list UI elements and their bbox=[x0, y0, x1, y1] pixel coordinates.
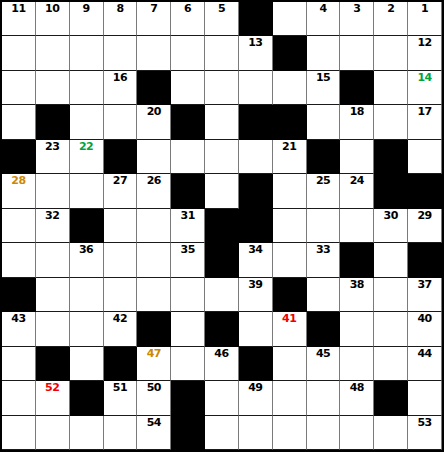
grid-cell[interactable]: 40 bbox=[408, 312, 442, 346]
grid-cell[interactable] bbox=[307, 105, 341, 139]
grid-cell[interactable] bbox=[2, 347, 36, 381]
clue-number: 17 bbox=[408, 105, 441, 118]
grid-cell[interactable] bbox=[104, 243, 138, 277]
blocked-cell bbox=[171, 381, 205, 415]
blocked-cell bbox=[36, 347, 70, 381]
blocked-cell bbox=[307, 140, 341, 174]
grid-cell[interactable] bbox=[104, 105, 138, 139]
clue-number: 22 bbox=[70, 140, 103, 153]
grid-cell[interactable] bbox=[340, 312, 374, 346]
grid-cell[interactable] bbox=[2, 209, 36, 243]
clue-number: 36 bbox=[70, 243, 103, 256]
grid-cell[interactable]: 41 bbox=[273, 312, 307, 346]
blocked-cell bbox=[36, 105, 70, 139]
blocked-cell bbox=[104, 347, 138, 381]
grid-cell[interactable] bbox=[374, 243, 408, 277]
grid-cell[interactable] bbox=[374, 347, 408, 381]
grid-cell[interactable] bbox=[2, 416, 36, 450]
clue-number: 32 bbox=[36, 209, 69, 222]
clue-number: 14 bbox=[408, 71, 441, 84]
grid-cell[interactable]: 30 bbox=[374, 209, 408, 243]
grid-cell[interactable] bbox=[273, 243, 307, 277]
grid-cell[interactable] bbox=[36, 416, 70, 450]
grid-cell[interactable] bbox=[2, 36, 36, 70]
blocked-cell bbox=[307, 312, 341, 346]
blocked-cell bbox=[104, 140, 138, 174]
blocked-cell bbox=[239, 105, 273, 139]
grid-cell[interactable] bbox=[171, 312, 205, 346]
grid-cell[interactable] bbox=[408, 381, 442, 415]
grid-cell[interactable] bbox=[340, 347, 374, 381]
grid-cell[interactable] bbox=[374, 71, 408, 105]
clue-number: 1 bbox=[408, 2, 441, 15]
grid-cell[interactable]: 49 bbox=[239, 381, 273, 415]
clue-number: 4 bbox=[307, 2, 340, 15]
clue-number: 12 bbox=[408, 36, 441, 49]
grid-cell[interactable] bbox=[171, 278, 205, 312]
grid-cell[interactable]: 28 bbox=[2, 174, 36, 208]
blocked-cell bbox=[2, 278, 36, 312]
grid-cell[interactable]: 11 bbox=[2, 2, 36, 36]
clue-number: 26 bbox=[137, 174, 170, 187]
grid-cell[interactable]: 32 bbox=[36, 209, 70, 243]
grid-cell[interactable]: 17 bbox=[408, 105, 442, 139]
clue-number: 16 bbox=[104, 71, 137, 84]
grid-cell[interactable] bbox=[273, 209, 307, 243]
grid-cell[interactable] bbox=[307, 36, 341, 70]
grid-cell[interactable] bbox=[205, 105, 239, 139]
grid-cell[interactable] bbox=[104, 36, 138, 70]
grid-cell[interactable]: 7 bbox=[137, 2, 171, 36]
blocked-cell bbox=[273, 36, 307, 70]
blocked-cell bbox=[239, 347, 273, 381]
grid-cell[interactable] bbox=[36, 36, 70, 70]
grid-cell[interactable] bbox=[408, 140, 442, 174]
clue-number: 2 bbox=[374, 2, 407, 15]
grid-cell[interactable]: 6 bbox=[171, 2, 205, 36]
clue-number: 24 bbox=[340, 174, 373, 187]
blocked-cell bbox=[408, 243, 442, 277]
grid-cell[interactable]: 45 bbox=[307, 347, 341, 381]
grid-cell[interactable]: 14 bbox=[408, 71, 442, 105]
clue-number: 34 bbox=[239, 243, 272, 256]
grid-cell[interactable]: 2 bbox=[374, 2, 408, 36]
grid-cell[interactable] bbox=[273, 381, 307, 415]
grid-cell[interactable] bbox=[273, 347, 307, 381]
clue-number: 42 bbox=[104, 312, 137, 325]
grid-cell[interactable] bbox=[239, 71, 273, 105]
grid-cell[interactable] bbox=[70, 312, 104, 346]
clue-number: 51 bbox=[104, 381, 137, 394]
grid-cell[interactable] bbox=[36, 174, 70, 208]
blocked-cell bbox=[239, 2, 273, 36]
grid-cell[interactable] bbox=[307, 416, 341, 450]
grid-cell[interactable]: 44 bbox=[408, 347, 442, 381]
grid-cell[interactable]: 31 bbox=[171, 209, 205, 243]
grid-cell[interactable]: 52 bbox=[36, 381, 70, 415]
clue-number: 41 bbox=[273, 312, 306, 325]
grid-cell[interactable] bbox=[205, 71, 239, 105]
clue-number: 53 bbox=[408, 416, 441, 429]
grid-cell[interactable]: 36 bbox=[70, 243, 104, 277]
blocked-cell bbox=[340, 243, 374, 277]
clue-number: 33 bbox=[307, 243, 340, 256]
grid-cell[interactable] bbox=[374, 312, 408, 346]
grid-cell[interactable]: 37 bbox=[408, 278, 442, 312]
blocked-cell bbox=[70, 209, 104, 243]
blocked-cell bbox=[137, 312, 171, 346]
clue-number: 39 bbox=[239, 278, 272, 291]
clue-number: 21 bbox=[273, 140, 306, 153]
grid-cell[interactable] bbox=[171, 347, 205, 381]
grid-cell[interactable] bbox=[36, 312, 70, 346]
grid-cell[interactable]: 39 bbox=[239, 278, 273, 312]
grid-cell[interactable] bbox=[70, 71, 104, 105]
grid-cell[interactable]: 26 bbox=[137, 174, 171, 208]
grid-cell[interactable] bbox=[137, 209, 171, 243]
grid-cell[interactable]: 46 bbox=[205, 347, 239, 381]
clue-number: 27 bbox=[104, 174, 137, 187]
grid-cell[interactable] bbox=[104, 209, 138, 243]
clue-number: 40 bbox=[408, 312, 441, 325]
grid-cell[interactable]: 8 bbox=[104, 2, 138, 36]
grid-cell[interactable] bbox=[70, 36, 104, 70]
grid-cell[interactable] bbox=[70, 105, 104, 139]
grid-cell[interactable] bbox=[36, 71, 70, 105]
blocked-cell bbox=[2, 140, 36, 174]
grid-cell[interactable]: 54 bbox=[137, 416, 171, 450]
grid-cell[interactable] bbox=[205, 36, 239, 70]
blocked-cell bbox=[205, 243, 239, 277]
clue-number: 50 bbox=[137, 381, 170, 394]
clue-number: 29 bbox=[408, 209, 441, 222]
clue-number: 11 bbox=[2, 2, 35, 15]
grid-cell[interactable] bbox=[171, 71, 205, 105]
blocked-cell bbox=[171, 105, 205, 139]
blocked-cell bbox=[137, 71, 171, 105]
grid-cell[interactable]: 5 bbox=[205, 2, 239, 36]
grid-cell[interactable] bbox=[239, 416, 273, 450]
grid-cell[interactable]: 1 bbox=[408, 2, 442, 36]
grid-cell[interactable] bbox=[36, 278, 70, 312]
grid-cell[interactable] bbox=[36, 243, 70, 277]
grid-cell[interactable] bbox=[2, 71, 36, 105]
grid-cell[interactable]: 20 bbox=[137, 105, 171, 139]
clue-number: 46 bbox=[205, 347, 238, 360]
grid-cell[interactable]: 13 bbox=[239, 36, 273, 70]
grid-cell[interactable] bbox=[307, 278, 341, 312]
grid-cell[interactable]: 51 bbox=[104, 381, 138, 415]
clue-number: 13 bbox=[239, 36, 272, 49]
clue-number: 44 bbox=[408, 347, 441, 360]
grid-cell[interactable]: 27 bbox=[104, 174, 138, 208]
clue-number: 54 bbox=[137, 416, 170, 429]
grid-cell[interactable] bbox=[205, 278, 239, 312]
blocked-cell bbox=[374, 140, 408, 174]
grid-cell[interactable] bbox=[137, 243, 171, 277]
grid-cell[interactable] bbox=[70, 278, 104, 312]
grid-cell[interactable]: 43 bbox=[2, 312, 36, 346]
clue-number: 6 bbox=[171, 2, 204, 15]
grid-cell[interactable] bbox=[2, 243, 36, 277]
clue-number: 25 bbox=[307, 174, 340, 187]
grid-cell[interactable]: 21 bbox=[273, 140, 307, 174]
grid-cell[interactable]: 53 bbox=[408, 416, 442, 450]
clue-number: 47 bbox=[137, 347, 170, 360]
clue-number: 38 bbox=[340, 278, 373, 291]
grid-cell[interactable] bbox=[137, 278, 171, 312]
clue-number: 45 bbox=[307, 347, 340, 360]
clue-number: 8 bbox=[104, 2, 137, 15]
grid-cell[interactable] bbox=[137, 36, 171, 70]
grid-cell[interactable]: 22 bbox=[70, 140, 104, 174]
clue-number: 7 bbox=[137, 2, 170, 15]
grid-cell[interactable] bbox=[273, 416, 307, 450]
clue-number: 30 bbox=[374, 209, 407, 222]
grid-cell[interactable]: 4 bbox=[307, 2, 341, 36]
grid-cell[interactable] bbox=[70, 416, 104, 450]
grid-cell[interactable] bbox=[205, 140, 239, 174]
clue-number: 49 bbox=[239, 381, 272, 394]
blocked-cell bbox=[273, 105, 307, 139]
grid-cell[interactable] bbox=[2, 381, 36, 415]
grid-cell[interactable]: 47 bbox=[137, 347, 171, 381]
grid-cell[interactable] bbox=[273, 174, 307, 208]
grid-cell[interactable] bbox=[374, 105, 408, 139]
grid-cell[interactable]: 3 bbox=[340, 2, 374, 36]
blocked-cell bbox=[239, 209, 273, 243]
grid-cell[interactable] bbox=[307, 381, 341, 415]
blocked-cell bbox=[70, 381, 104, 415]
blocked-cell bbox=[239, 174, 273, 208]
grid-cell[interactable] bbox=[374, 36, 408, 70]
grid-cell[interactable] bbox=[104, 278, 138, 312]
grid-cell[interactable] bbox=[239, 140, 273, 174]
grid-cell[interactable]: 18 bbox=[340, 105, 374, 139]
grid-cell[interactable]: 29 bbox=[408, 209, 442, 243]
grid-cell[interactable] bbox=[137, 140, 171, 174]
grid-cell[interactable] bbox=[171, 36, 205, 70]
grid-cell[interactable] bbox=[340, 209, 374, 243]
grid-cell[interactable]: 48 bbox=[340, 381, 374, 415]
grid-cell[interactable]: 33 bbox=[307, 243, 341, 277]
grid-cell[interactable]: 10 bbox=[36, 2, 70, 36]
clue-number: 31 bbox=[171, 209, 204, 222]
grid-cell[interactable] bbox=[374, 416, 408, 450]
blocked-cell bbox=[171, 416, 205, 450]
grid-cell[interactable] bbox=[2, 105, 36, 139]
blocked-cell bbox=[374, 174, 408, 208]
grid-cell[interactable] bbox=[70, 347, 104, 381]
grid-cell[interactable] bbox=[205, 174, 239, 208]
clue-number: 48 bbox=[340, 381, 373, 394]
clue-number: 5 bbox=[205, 2, 238, 15]
blocked-cell bbox=[205, 312, 239, 346]
grid-cell[interactable] bbox=[307, 209, 341, 243]
clue-number: 43 bbox=[2, 312, 35, 325]
grid-cell[interactable]: 12 bbox=[408, 36, 442, 70]
grid-cell[interactable]: 38 bbox=[340, 278, 374, 312]
grid-cell[interactable] bbox=[205, 381, 239, 415]
grid-cell[interactable]: 42 bbox=[104, 312, 138, 346]
clue-number: 3 bbox=[340, 2, 373, 15]
blocked-cell bbox=[408, 174, 442, 208]
grid-cell[interactable]: 15 bbox=[307, 71, 341, 105]
grid-cell[interactable] bbox=[340, 140, 374, 174]
grid-cell[interactable]: 23 bbox=[36, 140, 70, 174]
clue-number: 10 bbox=[36, 2, 69, 15]
clue-number: 35 bbox=[171, 243, 204, 256]
crossword-grid: 1110987654321131216151420181723222128272… bbox=[0, 0, 444, 452]
blocked-cell bbox=[374, 381, 408, 415]
clue-number: 23 bbox=[36, 140, 69, 153]
grid-cell[interactable]: 25 bbox=[307, 174, 341, 208]
grid-cell[interactable] bbox=[104, 416, 138, 450]
clue-number: 37 bbox=[408, 278, 441, 291]
clue-number: 18 bbox=[340, 105, 373, 118]
clue-number: 28 bbox=[2, 174, 35, 187]
grid-cell[interactable] bbox=[340, 416, 374, 450]
grid-cell[interactable] bbox=[374, 278, 408, 312]
blocked-cell bbox=[171, 174, 205, 208]
grid-cell[interactable]: 16 bbox=[104, 71, 138, 105]
grid-cell[interactable]: 35 bbox=[171, 243, 205, 277]
clue-number: 9 bbox=[70, 2, 103, 15]
grid-cell[interactable] bbox=[273, 2, 307, 36]
grid-cell[interactable] bbox=[273, 71, 307, 105]
grid-cell[interactable] bbox=[70, 174, 104, 208]
grid-cell[interactable]: 24 bbox=[340, 174, 374, 208]
grid-cell[interactable] bbox=[340, 36, 374, 70]
grid-cell[interactable]: 9 bbox=[70, 2, 104, 36]
grid-cell[interactable] bbox=[171, 140, 205, 174]
blocked-cell bbox=[205, 209, 239, 243]
blocked-cell bbox=[340, 71, 374, 105]
clue-number: 15 bbox=[307, 71, 340, 84]
clue-number: 20 bbox=[137, 105, 170, 118]
grid-cell[interactable] bbox=[205, 416, 239, 450]
grid-cell[interactable] bbox=[239, 312, 273, 346]
grid-cell[interactable]: 50 bbox=[137, 381, 171, 415]
grid-cell[interactable]: 34 bbox=[239, 243, 273, 277]
clue-number: 52 bbox=[36, 381, 69, 394]
blocked-cell bbox=[273, 278, 307, 312]
